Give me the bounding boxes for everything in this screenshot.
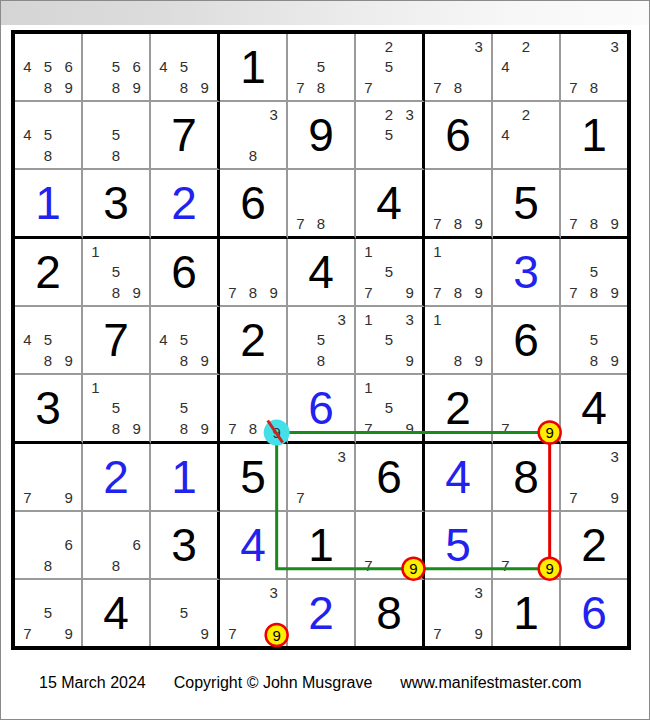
- cell-r9c7[interactable]: 379: [425, 580, 493, 646]
- cell-r6c4[interactable]: 789: [220, 375, 288, 444]
- cell-r5c8[interactable]: 6: [493, 307, 561, 375]
- cell-r9c3[interactable]: 59: [151, 580, 220, 646]
- candidate-9: 9: [468, 282, 489, 303]
- cell-r1c3[interactable]: 4589: [151, 34, 220, 102]
- candidate-8: 8: [448, 282, 469, 303]
- cell-r3c5[interactable]: 78: [288, 170, 356, 239]
- window-titlebar-strip: [1, 1, 649, 25]
- cell-r8c3[interactable]: 3: [151, 512, 220, 580]
- candidate-2: 2: [379, 104, 400, 125]
- candidate-5: 5: [38, 125, 59, 146]
- candidates: 79: [15, 444, 81, 510]
- candidate-9: 9: [536, 418, 557, 439]
- candidate-1: 1: [358, 241, 379, 262]
- candidate-8: 8: [243, 282, 264, 303]
- cell-r7c3[interactable]: 1: [151, 444, 220, 512]
- cell-r8c7[interactable]: 5: [425, 512, 493, 580]
- cell-r9c9[interactable]: 6: [561, 580, 627, 646]
- cell-r6c6[interactable]: 1579: [356, 375, 425, 444]
- candidates: 789: [561, 170, 627, 236]
- given-digit: 5: [493, 170, 559, 236]
- candidate-8: 8: [174, 77, 195, 98]
- cell-r2c3[interactable]: 7: [151, 102, 220, 170]
- candidate-5: 5: [106, 398, 127, 419]
- cell-r6c8[interactable]: 79: [493, 375, 561, 444]
- cell-r9c8[interactable]: 1: [493, 580, 561, 646]
- candidate-8: 8: [106, 145, 127, 166]
- footer: 15 March 2024 Copyright © John Musgrave …: [39, 674, 582, 692]
- given-digit: 8: [493, 444, 559, 510]
- footer-website: www.manifestmaster.com: [400, 674, 581, 692]
- candidate-8: 8: [174, 350, 195, 371]
- solved-digit: 2: [288, 580, 354, 646]
- candidate-7: 7: [17, 487, 38, 508]
- candidate-9: 9: [263, 623, 284, 644]
- cell-r2c2[interactable]: 58: [83, 102, 151, 170]
- candidate-9: 9: [468, 623, 489, 644]
- cell-r3c4[interactable]: 6: [220, 170, 288, 239]
- cell-r3c3[interactable]: 2: [151, 170, 220, 239]
- cell-r8c8[interactable]: 79: [493, 512, 561, 580]
- solved-digit: 5: [425, 512, 491, 578]
- cell-r8c9[interactable]: 2: [561, 512, 627, 580]
- candidates: 37: [288, 444, 354, 510]
- candidate-3: 3: [331, 309, 352, 330]
- given-digit: 4: [356, 170, 422, 236]
- candidates: 1789: [425, 239, 491, 305]
- given-digit: 1: [561, 102, 627, 168]
- candidates: 789: [220, 239, 286, 305]
- candidate-1: 1: [85, 377, 106, 398]
- cell-r5c5[interactable]: 358: [288, 307, 356, 375]
- candidate-7: 7: [222, 282, 243, 303]
- given-digit: 3: [15, 375, 81, 441]
- candidate-5: 5: [311, 330, 332, 351]
- given-digit: 2: [15, 239, 81, 305]
- solved-digit: 2: [151, 170, 217, 236]
- candidate-7: 7: [358, 77, 379, 98]
- candidate-9: 9: [126, 282, 147, 303]
- candidate-7: 7: [290, 77, 311, 98]
- given-digit: 6: [151, 239, 217, 305]
- candidate-7: 7: [358, 555, 379, 576]
- candidate-7: 7: [563, 77, 584, 98]
- candidate-7: 7: [17, 623, 38, 644]
- candidate-5: 5: [379, 398, 400, 419]
- candidate-8: 8: [106, 418, 127, 439]
- candidate-1: 1: [85, 241, 106, 262]
- candidates: 579: [15, 580, 81, 646]
- candidates: 4589: [151, 34, 217, 100]
- solved-digit: 4: [220, 512, 286, 578]
- candidate-4: 4: [153, 330, 174, 351]
- cell-r6c2[interactable]: 1589: [83, 375, 151, 444]
- solved-digit: 1: [151, 444, 217, 510]
- candidates: 38: [220, 102, 286, 168]
- candidate-9: 9: [194, 350, 215, 371]
- given-digit: 4: [288, 239, 354, 305]
- cell-r4c6[interactable]: 1579: [356, 239, 425, 307]
- candidate-9: 9: [126, 77, 147, 98]
- cell-r7c4[interactable]: 5: [220, 444, 288, 512]
- candidate-5: 5: [106, 57, 127, 78]
- candidates: 379: [561, 444, 627, 510]
- candidate-3: 3: [263, 104, 284, 125]
- cell-r9c4[interactable]: 379: [220, 580, 288, 646]
- given-digit: 6: [356, 444, 422, 510]
- candidates: 458: [15, 102, 81, 168]
- candidate-9: 9: [399, 282, 420, 303]
- candidate-8: 8: [584, 213, 605, 234]
- cell-r7c5[interactable]: 37: [288, 444, 356, 512]
- candidate-3: 3: [399, 104, 420, 125]
- footer-copyright: Copyright © John Musgrave: [174, 674, 373, 692]
- candidate-3: 3: [331, 446, 352, 467]
- candidate-5: 5: [106, 262, 127, 283]
- candidate-8: 8: [38, 350, 59, 371]
- candidate-9: 9: [399, 555, 420, 576]
- given-digit: 7: [83, 307, 149, 373]
- candidate-5: 5: [174, 398, 195, 419]
- cell-r9c1[interactable]: 579: [15, 580, 83, 646]
- cell-r2c7[interactable]: 6: [425, 102, 493, 170]
- cell-r1c7[interactable]: 378: [425, 34, 493, 102]
- candidates: 358: [288, 307, 354, 373]
- candidates: 1589: [83, 239, 149, 305]
- solved-digit: 2: [83, 444, 149, 510]
- given-digit: 9: [288, 102, 354, 168]
- cell-r2c5[interactable]: 9: [288, 102, 356, 170]
- candidate-5: 5: [38, 57, 59, 78]
- cell-r7c2[interactable]: 2: [83, 444, 151, 512]
- cell-r5c1[interactable]: 4589: [15, 307, 83, 375]
- cell-r4c7[interactable]: 1789: [425, 239, 493, 307]
- solved-digit: 1: [15, 170, 81, 236]
- candidate-6: 6: [58, 57, 79, 78]
- given-digit: 4: [561, 375, 627, 441]
- candidate-8: 8: [311, 77, 332, 98]
- cell-r8c5[interactable]: 1: [288, 512, 356, 580]
- cell-r5c4[interactable]: 2: [220, 307, 288, 375]
- cell-r3c1[interactable]: 1: [15, 170, 83, 239]
- candidates: 378: [561, 34, 627, 100]
- cell-r2c9[interactable]: 1: [561, 102, 627, 170]
- candidates: 789: [220, 375, 286, 441]
- candidate-2: 2: [379, 36, 400, 57]
- candidate-8: 8: [106, 555, 127, 576]
- cell-r7c8[interactable]: 8: [493, 444, 561, 512]
- candidate-8: 8: [106, 282, 127, 303]
- candidate-2: 2: [516, 104, 537, 125]
- candidate-9: 9: [58, 623, 79, 644]
- cell-r8c2[interactable]: 68: [83, 512, 151, 580]
- candidate-7: 7: [563, 213, 584, 234]
- candidate-7: 7: [563, 487, 584, 508]
- cell-r9c2[interactable]: 4: [83, 580, 151, 646]
- candidate-7: 7: [427, 77, 448, 98]
- candidate-7: 7: [427, 282, 448, 303]
- candidate-5: 5: [584, 262, 605, 283]
- cell-r3c6[interactable]: 4: [356, 170, 425, 239]
- candidate-6: 6: [58, 535, 79, 556]
- candidate-5: 5: [311, 57, 332, 78]
- candidate-9: 9: [126, 418, 147, 439]
- cell-r5c2[interactable]: 7: [83, 307, 151, 375]
- candidates: 378: [425, 34, 491, 100]
- candidate-5: 5: [38, 603, 59, 624]
- candidates: 78: [288, 170, 354, 236]
- given-digit: 3: [151, 512, 217, 578]
- cell-r4c1[interactable]: 2: [15, 239, 83, 307]
- cell-r7c7[interactable]: 4: [425, 444, 493, 512]
- candidate-8: 8: [38, 77, 59, 98]
- candidates: 257: [356, 34, 422, 100]
- candidates: 589: [151, 375, 217, 441]
- given-digit: 3: [83, 170, 149, 236]
- candidate-1: 1: [358, 309, 379, 330]
- candidate-8: 8: [311, 213, 332, 234]
- candidates: 5789: [561, 239, 627, 305]
- candidates: 589: [561, 307, 627, 373]
- candidate-9: 9: [399, 418, 420, 439]
- candidate-4: 4: [17, 330, 38, 351]
- cell-r2c6[interactable]: 235: [356, 102, 425, 170]
- cell-r3c9[interactable]: 789: [561, 170, 627, 239]
- given-digit: 4: [83, 580, 149, 646]
- given-digit: 1: [220, 34, 286, 100]
- candidate-9: 9: [58, 350, 79, 371]
- candidate-9: 9: [468, 350, 489, 371]
- cell-r1c9[interactable]: 378: [561, 34, 627, 102]
- candidate-8: 8: [584, 77, 605, 98]
- cell-r5c6[interactable]: 1359: [356, 307, 425, 375]
- cell-r4c4[interactable]: 789: [220, 239, 288, 307]
- candidate-5: 5: [174, 603, 195, 624]
- candidate-8: 8: [584, 282, 605, 303]
- candidate-9: 9: [536, 555, 557, 576]
- cell-r8c4[interactable]: 4: [220, 512, 288, 580]
- candidate-6: 6: [126, 535, 147, 556]
- candidate-8: 8: [38, 145, 59, 166]
- candidates: 578: [288, 34, 354, 100]
- candidate-7: 7: [358, 282, 379, 303]
- given-digit: 6: [493, 307, 559, 373]
- candidate-9: 9: [58, 77, 79, 98]
- cell-r7c1[interactable]: 79: [15, 444, 83, 512]
- candidates: 1579: [356, 375, 422, 441]
- solved-digit: 6: [561, 580, 627, 646]
- given-digit: 2: [220, 307, 286, 373]
- candidate-3: 3: [399, 309, 420, 330]
- candidates: 58: [83, 102, 149, 168]
- candidates: 379: [220, 580, 286, 646]
- solved-digit: 3: [493, 239, 559, 305]
- candidate-7: 7: [290, 213, 311, 234]
- cell-r1c4[interactable]: 1: [220, 34, 288, 102]
- cell-r8c6[interactable]: 79: [356, 512, 425, 580]
- candidates: 1359: [356, 307, 422, 373]
- candidates: 68: [83, 512, 149, 578]
- candidate-9: 9: [604, 487, 625, 508]
- candidate-7: 7: [290, 487, 311, 508]
- candidates: 235: [356, 102, 422, 168]
- candidate-4: 4: [17, 125, 38, 146]
- cell-r2c4[interactable]: 38: [220, 102, 288, 170]
- candidates: 24: [493, 102, 559, 168]
- candidate-8: 8: [584, 350, 605, 371]
- candidate-5: 5: [379, 125, 400, 146]
- cell-r3c8[interactable]: 5: [493, 170, 561, 239]
- candidate-7: 7: [495, 555, 516, 576]
- candidate-3: 3: [468, 582, 489, 603]
- candidate-4: 4: [495, 57, 516, 78]
- candidates: 789: [425, 170, 491, 236]
- given-digit: 1: [288, 512, 354, 578]
- candidate-8: 8: [448, 350, 469, 371]
- candidate-5: 5: [174, 57, 195, 78]
- cell-r5c9[interactable]: 589: [561, 307, 627, 375]
- cell-r6c1[interactable]: 3: [15, 375, 83, 444]
- cell-r8c1[interactable]: 68: [15, 512, 83, 580]
- candidates: 379: [425, 580, 491, 646]
- candidate-4: 4: [495, 125, 516, 146]
- candidate-8: 8: [243, 145, 264, 166]
- given-digit: 2: [425, 375, 491, 441]
- candidate-3: 3: [263, 582, 284, 603]
- candidate-2: 2: [516, 36, 537, 57]
- candidate-6: 6: [126, 57, 147, 78]
- candidate-8: 8: [448, 77, 469, 98]
- solved-digit: 6: [288, 375, 354, 441]
- candidate-8: 8: [106, 77, 127, 98]
- candidates: 79: [493, 512, 559, 578]
- cell-r9c5[interactable]: 2: [288, 580, 356, 646]
- candidate-7: 7: [427, 213, 448, 234]
- candidates: 5689: [83, 34, 149, 100]
- candidates: 45689: [15, 34, 81, 100]
- cell-r7c9[interactable]: 379: [561, 444, 627, 512]
- given-digit: 2: [561, 512, 627, 578]
- cell-r1c1[interactable]: 45689: [15, 34, 83, 102]
- candidates: 68: [15, 512, 81, 578]
- candidates: 4589: [151, 307, 217, 373]
- candidate-9: 9: [263, 282, 284, 303]
- candidate-7: 7: [358, 418, 379, 439]
- candidate-7: 7: [222, 623, 243, 644]
- candidate-9: 9: [194, 77, 215, 98]
- candidate-5: 5: [379, 330, 400, 351]
- candidate-3: 3: [604, 36, 625, 57]
- candidate-1: 1: [427, 309, 448, 330]
- candidate-9: 9: [604, 282, 625, 303]
- candidate-5: 5: [379, 262, 400, 283]
- page: 4568956894589157825737824378458587389235…: [0, 0, 650, 720]
- candidates: 4589: [15, 307, 81, 373]
- sudoku-board: 4568956894589157825737824378458587389235…: [11, 30, 631, 650]
- cell-r3c2[interactable]: 3: [83, 170, 151, 239]
- cell-r9c6[interactable]: 8: [356, 580, 425, 646]
- candidate-5: 5: [174, 330, 195, 351]
- candidates: 24: [493, 34, 559, 100]
- cell-r6c3[interactable]: 589: [151, 375, 220, 444]
- given-digit: 5: [220, 444, 286, 510]
- cell-r1c6[interactable]: 257: [356, 34, 425, 102]
- cell-r2c8[interactable]: 24: [493, 102, 561, 170]
- cell-r4c3[interactable]: 6: [151, 239, 220, 307]
- given-digit: 7: [151, 102, 217, 168]
- cell-r4c9[interactable]: 5789: [561, 239, 627, 307]
- candidate-8: 8: [174, 418, 195, 439]
- candidates: 1579: [356, 239, 422, 305]
- candidate-8: 8: [243, 418, 264, 439]
- cell-r2c1[interactable]: 458: [15, 102, 83, 170]
- candidate-5: 5: [379, 57, 400, 78]
- candidate-8: 8: [448, 213, 469, 234]
- given-digit: 6: [220, 170, 286, 236]
- candidates: 79: [356, 512, 422, 578]
- candidate-9: 9: [399, 350, 420, 371]
- candidate-8: 8: [311, 350, 332, 371]
- cell-r1c5[interactable]: 578: [288, 34, 356, 102]
- given-digit: 1: [493, 580, 559, 646]
- candidate-7: 7: [495, 418, 516, 439]
- candidate-1: 1: [427, 241, 448, 262]
- candidates: 79: [493, 375, 559, 441]
- candidate-9: 9: [263, 418, 284, 439]
- given-digit: 8: [356, 580, 422, 646]
- candidate-7: 7: [563, 282, 584, 303]
- candidate-4: 4: [153, 57, 174, 78]
- candidate-7: 7: [222, 418, 243, 439]
- candidate-5: 5: [584, 330, 605, 351]
- candidate-5: 5: [106, 125, 127, 146]
- cell-r3c7[interactable]: 789: [425, 170, 493, 239]
- cell-r4c8[interactable]: 3: [493, 239, 561, 307]
- candidate-3: 3: [468, 36, 489, 57]
- footer-date: 15 March 2024: [39, 674, 146, 692]
- cell-r4c5[interactable]: 4: [288, 239, 356, 307]
- candidate-1: 1: [358, 377, 379, 398]
- candidate-5: 5: [38, 330, 59, 351]
- given-digit: 6: [425, 102, 491, 168]
- cell-r4c2[interactable]: 1589: [83, 239, 151, 307]
- candidates: 1589: [83, 375, 149, 441]
- cell-r7c6[interactable]: 6: [356, 444, 425, 512]
- candidate-4: 4: [17, 57, 38, 78]
- candidate-9: 9: [58, 487, 79, 508]
- candidate-9: 9: [604, 350, 625, 371]
- cell-r6c9[interactable]: 4: [561, 375, 627, 444]
- candidate-9: 9: [194, 623, 215, 644]
- candidate-3: 3: [604, 446, 625, 467]
- cell-r1c2[interactable]: 5689: [83, 34, 151, 102]
- cell-r5c7[interactable]: 189: [425, 307, 493, 375]
- candidate-9: 9: [604, 213, 625, 234]
- cell-r6c5[interactable]: 6: [288, 375, 356, 444]
- cell-r5c3[interactable]: 4589: [151, 307, 220, 375]
- candidate-9: 9: [468, 213, 489, 234]
- candidate-9: 9: [194, 418, 215, 439]
- cell-r1c8[interactable]: 24: [493, 34, 561, 102]
- candidates: 59: [151, 580, 217, 646]
- candidate-8: 8: [38, 555, 59, 576]
- candidate-7: 7: [427, 623, 448, 644]
- solved-digit: 4: [425, 444, 491, 510]
- candidates: 189: [425, 307, 491, 373]
- cell-r6c7[interactable]: 2: [425, 375, 493, 444]
